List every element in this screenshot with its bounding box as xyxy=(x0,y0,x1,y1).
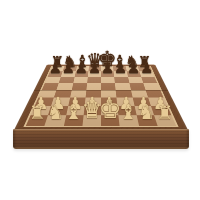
board-box-front xyxy=(13,129,189,149)
piece-black-pawn-a7[interactable]: ♟ xyxy=(49,61,62,76)
piece-white-king-e1[interactable]: ♚ xyxy=(99,97,122,122)
square-c5[interactable] xyxy=(71,83,87,90)
piece-black-pawn-g7[interactable]: ♟ xyxy=(127,61,140,76)
piece-white-knight-g1[interactable]: ♞ xyxy=(138,103,155,122)
piece-white-bishop-c1[interactable]: ♝ xyxy=(65,102,83,122)
piece-black-pawn-f7[interactable]: ♟ xyxy=(114,61,127,76)
piece-black-pawn-c7[interactable]: ♟ xyxy=(75,61,88,76)
piece-white-bishop-f1[interactable]: ♝ xyxy=(119,102,137,122)
piece-white-rook-h1[interactable]: ♜ xyxy=(156,104,172,122)
piece-black-pawn-d7[interactable]: ♟ xyxy=(88,61,101,76)
product-photo: ♜♞♝♛♚♝♞♜♟♟♟♟♟♟♟♟♟♟♟♟♟♟♟♟♜♞♝♛♚♝♞♜ xyxy=(0,0,200,200)
piece-black-pawn-b7[interactable]: ♟ xyxy=(62,61,75,76)
square-f5[interactable] xyxy=(115,83,131,90)
piece-black-pawn-e7[interactable]: ♟ xyxy=(101,61,114,76)
piece-white-rook-a1[interactable]: ♜ xyxy=(29,104,45,122)
square-h5[interactable] xyxy=(143,83,160,90)
square-d5[interactable] xyxy=(86,83,101,90)
board-fold-seam xyxy=(34,90,168,91)
square-e5[interactable] xyxy=(101,83,116,90)
piece-black-pawn-h7[interactable]: ♟ xyxy=(140,61,153,76)
piece-white-knight-b1[interactable]: ♞ xyxy=(47,103,64,122)
